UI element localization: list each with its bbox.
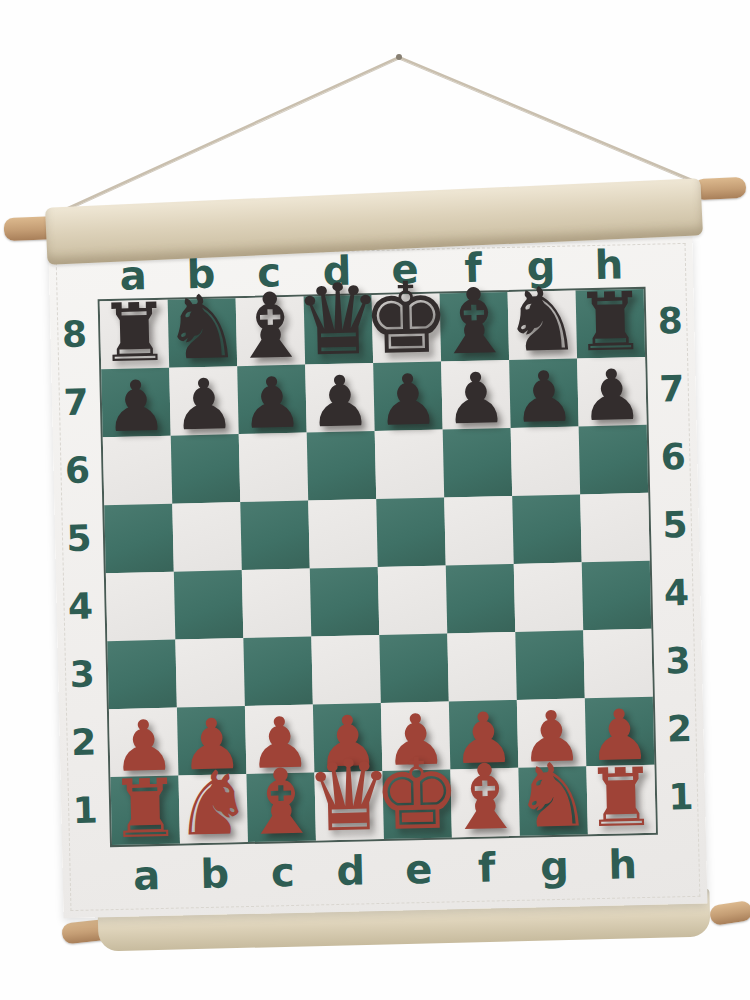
black-pawn-a7: ♟ [104,372,168,440]
square-g7[interactable]: ♟ [509,358,579,428]
red-pawn-b2: ♟ [180,711,244,779]
file-label-h-top: h [575,244,644,289]
square-d7[interactable]: ♟ [305,363,375,433]
square-f8[interactable]: ♝ [440,292,510,362]
black-knight-g8: ♞ [502,278,583,363]
red-pawn-a2: ♟ [112,712,176,780]
file-label-b-bottom: b [180,853,249,895]
square-a7[interactable]: ♟ [101,368,171,438]
file-label-h-bottom: h [588,844,657,886]
square-g5[interactable] [512,494,582,564]
black-pawn-b7: ♟ [172,371,236,439]
rank-label-4-left: 4 [56,571,106,640]
square-e5[interactable] [376,497,446,567]
square-d8[interactable]: ♛ [304,295,374,365]
rank-label-7-left: 7 [51,367,101,436]
rank-label-7-right: 7 [647,354,697,423]
rank-label-3-right: 3 [653,626,703,695]
square-d4[interactable] [310,567,380,637]
red-pawn-g2: ♟ [520,703,584,771]
black-pawn-h7: ♟ [580,361,644,429]
square-e8[interactable]: ♚ [372,294,442,364]
square-a6[interactable] [103,436,173,506]
square-d5[interactable] [308,499,378,569]
square-b3[interactable] [175,638,245,708]
file-label-g-bottom: g [520,845,589,887]
file-label-c-top: c [235,252,304,297]
square-c8[interactable]: ♝ [236,297,306,367]
red-pawn-d2: ♟ [316,708,380,776]
rank-label-6-left: 6 [53,435,103,504]
red-pawn-e2: ♟ [384,706,448,774]
square-c1[interactable]: ♝ [246,772,316,842]
square-g1[interactable]: ♞ [518,766,588,836]
square-b8[interactable]: ♞ [168,298,238,368]
file-label-e-top: e [371,249,440,294]
square-e6[interactable] [375,429,445,499]
square-g8[interactable]: ♞ [508,290,578,360]
rank-label-5-left: 5 [54,503,104,572]
square-a3[interactable] [107,640,177,710]
rank-label-8-left: 8 [50,299,100,368]
square-a5[interactable] [104,504,174,574]
square-b1[interactable]: ♞ [178,774,248,844]
square-c3[interactable] [243,637,313,707]
square-e7[interactable]: ♟ [373,362,443,432]
square-h2[interactable]: ♟ [585,697,655,767]
square-d6[interactable] [307,431,377,501]
black-pawn-g7: ♟ [512,363,576,431]
square-c4[interactable] [242,569,312,639]
square-e1[interactable]: ♚ [382,769,452,839]
file-label-e-bottom: e [384,848,453,890]
square-f5[interactable] [444,496,514,566]
square-c5[interactable] [240,501,310,571]
square-h5[interactable] [580,493,650,563]
file-label-f-bottom: f [452,847,521,889]
board-banner: abcdefgh 87654321 ♜♞♝♛♚♝♞♜♟♟♟♟♟♟♟♟♟♟♟♟♟♟… [49,236,708,918]
square-b2[interactable]: ♟ [177,706,247,776]
square-f4[interactable] [446,564,516,634]
rank-label-4-right: 4 [652,558,702,627]
black-pawn-e7: ♟ [376,366,440,434]
square-e2[interactable]: ♟ [381,701,451,771]
square-g4[interactable] [514,562,584,632]
rank-label-8-right: 8 [645,286,695,355]
square-f6[interactable] [443,428,513,498]
square-d2[interactable]: ♟ [313,703,383,773]
top-dowel-right-end [693,177,746,201]
file-label-d-bottom: d [316,850,385,892]
black-pawn-f7: ♟ [444,365,508,433]
square-h7[interactable]: ♟ [577,357,647,427]
black-rook-a8: ♜ [98,295,171,373]
square-c2[interactable]: ♟ [245,705,315,775]
square-b5[interactable] [172,502,242,572]
black-knight-b8: ♞ [162,285,243,370]
red-rook-h1: ♜ [584,760,657,838]
square-f7[interactable]: ♟ [441,360,511,430]
square-a8[interactable]: ♜ [100,300,170,370]
black-pawn-c7: ♟ [240,369,304,437]
square-c7[interactable]: ♟ [237,365,307,435]
square-f3[interactable] [447,632,517,702]
red-rook-a1: ♜ [108,771,181,849]
chess-board: ♜♞♝♛♚♝♞♜♟♟♟♟♟♟♟♟♟♟♟♟♟♟♟♟♜♞♝♛♚♝♞♜ [98,287,658,847]
square-d3[interactable] [311,635,381,705]
red-pawn-h2: ♟ [588,701,652,769]
square-a2[interactable]: ♟ [109,708,179,778]
square-f1[interactable]: ♝ [450,768,520,838]
square-e4[interactable] [378,565,448,635]
file-label-d-top: d [303,250,372,295]
square-b4[interactable] [174,570,244,640]
rank-label-1-left: 1 [60,775,110,844]
board-with-rank-labels: 87654321 ♜♞♝♛♚♝♞♜♟♟♟♟♟♟♟♟♟♟♟♟♟♟♟♟♜♞♝♛♚♝♞… [50,286,706,848]
square-h3[interactable] [583,629,653,699]
square-f2[interactable]: ♟ [449,700,519,770]
rank-label-2-left: 2 [59,707,109,776]
square-a1[interactable]: ♜ [110,776,180,846]
square-g3[interactable] [515,630,585,700]
file-label-b-top: b [167,253,236,298]
square-h6[interactable] [579,425,649,495]
rank-label-5-right: 5 [650,490,700,559]
rank-label-6-right: 6 [649,422,699,491]
demonstration-chess-board-photo: abcdefgh 87654321 ♜♞♝♛♚♝♞♜♟♟♟♟♟♟♟♟♟♟♟♟♟♟… [0,0,750,1000]
square-h8[interactable]: ♜ [576,289,646,359]
black-pawn-d7: ♟ [308,368,372,436]
file-label-g-top: g [507,245,576,290]
square-h1[interactable]: ♜ [586,765,656,835]
square-g6[interactable] [511,426,581,496]
file-labels-bottom: abcdefgh [112,834,707,912]
file-label-a-bottom: a [112,855,181,897]
rank-label-3-left: 3 [57,639,107,708]
square-c6[interactable] [239,433,309,503]
square-h4[interactable] [582,561,652,631]
square-a4[interactable] [106,572,176,642]
file-label-c-bottom: c [248,851,317,893]
red-pawn-c2: ♟ [248,709,312,777]
file-label-f-top: f [439,247,508,292]
rank-label-2-right: 2 [655,694,705,763]
square-e3[interactable] [379,633,449,703]
rank-label-1-right: 1 [656,762,706,831]
black-rook-h8: ♜ [574,284,647,362]
hanging-nail [396,54,402,60]
square-d1[interactable]: ♛ [314,771,384,841]
square-b6[interactable] [171,434,241,504]
square-b7[interactable]: ♟ [169,366,239,436]
square-g2[interactable]: ♟ [517,698,587,768]
red-pawn-f2: ♟ [452,704,516,772]
